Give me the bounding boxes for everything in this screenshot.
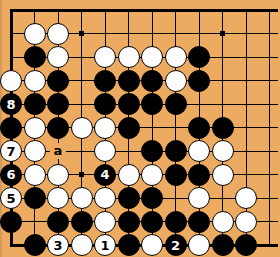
- black-stone: [47, 211, 69, 233]
- black-stone: [165, 93, 187, 115]
- white-stone: [212, 164, 234, 186]
- black-stone: [118, 70, 140, 92]
- white-stone: [47, 187, 69, 209]
- black-stone: [165, 164, 187, 186]
- black-stone: [24, 46, 46, 68]
- black-stone: [188, 211, 210, 233]
- white-stone: [188, 234, 210, 256]
- black-stone: [118, 211, 140, 233]
- black-stone: [141, 70, 163, 92]
- black-stone: [118, 234, 140, 256]
- grid-hline: [10, 9, 279, 12]
- white-stone: [47, 23, 69, 45]
- white-stone: [235, 211, 257, 233]
- white-stone: [24, 70, 46, 92]
- black-stone-move-2: 2: [165, 234, 187, 256]
- black-stone: [235, 234, 257, 256]
- white-stone-move-5: 5: [0, 187, 22, 209]
- white-stone: [24, 140, 46, 162]
- white-stone: [141, 234, 163, 256]
- white-stone: [0, 70, 22, 92]
- black-stone: [47, 93, 69, 115]
- grid-vline: [269, 9, 270, 247]
- black-stone: [141, 93, 163, 115]
- black-stone: [141, 187, 163, 209]
- white-stone-move-3: 3: [47, 234, 69, 256]
- white-stone: [94, 46, 116, 68]
- white-stone: [47, 46, 69, 68]
- black-stone: [118, 187, 140, 209]
- black-stone: [188, 70, 210, 92]
- white-stone: [24, 117, 46, 139]
- black-stone: [212, 234, 234, 256]
- black-stone: [24, 234, 46, 256]
- black-stone-move-8: 8: [0, 93, 22, 115]
- black-stone: [188, 46, 210, 68]
- white-stone: [71, 117, 93, 139]
- hoshi-point: [79, 31, 84, 36]
- black-stone: [165, 140, 187, 162]
- white-stone: [235, 187, 257, 209]
- black-stone: [71, 211, 93, 233]
- black-stone-move-4: 4: [94, 164, 116, 186]
- white-stone: [118, 164, 140, 186]
- white-stone-move-1: 1: [94, 234, 116, 256]
- hoshi-point: [220, 31, 225, 36]
- white-stone: [71, 234, 93, 256]
- white-stone: [24, 23, 46, 45]
- white-stone: [188, 140, 210, 162]
- white-stone-move-7: 7: [0, 140, 22, 162]
- white-stone: [141, 164, 163, 186]
- point-label-a: a: [50, 143, 66, 159]
- white-stone: [188, 187, 210, 209]
- white-stone: [141, 46, 163, 68]
- black-stone: [94, 70, 116, 92]
- white-stone: [94, 211, 116, 233]
- white-stone: [94, 117, 116, 139]
- white-stone: [212, 211, 234, 233]
- white-stone: [24, 164, 46, 186]
- black-stone: [47, 117, 69, 139]
- white-stone: [165, 70, 187, 92]
- black-stone: [24, 93, 46, 115]
- white-stone: [94, 140, 116, 162]
- white-stone: [47, 164, 69, 186]
- white-stone: [94, 187, 116, 209]
- black-stone: [141, 140, 163, 162]
- white-stone: [71, 187, 93, 209]
- white-stone: [165, 46, 187, 68]
- black-stone: [47, 70, 69, 92]
- black-stone: [141, 211, 163, 233]
- black-stone: [188, 164, 210, 186]
- black-stone-move-6: 6: [0, 164, 22, 186]
- black-stone: [118, 93, 140, 115]
- black-stone: [212, 117, 234, 139]
- white-stone: [118, 46, 140, 68]
- black-stone: [24, 187, 46, 209]
- black-stone: [165, 211, 187, 233]
- black-stone: [0, 211, 22, 233]
- hoshi-point: [79, 172, 84, 177]
- black-stone: [188, 117, 210, 139]
- go-board-diagram: a 87645312: [0, 0, 280, 257]
- black-stone: [94, 93, 116, 115]
- black-stone: [0, 117, 22, 139]
- black-stone: [118, 117, 140, 139]
- white-stone: [212, 140, 234, 162]
